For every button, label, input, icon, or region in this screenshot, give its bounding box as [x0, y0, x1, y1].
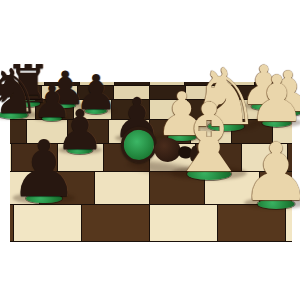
white-pawn-glyph: ♟ [240, 133, 300, 213]
white-bishop-glyph: ♝ [166, 91, 251, 186]
square-d3[interactable] [95, 172, 150, 205]
fallen-piece-felt-base [119, 125, 160, 166]
chess-product-photo: ♜♞♟♟♟♟♟♟♞♝♟♟♟♟♟ [0, 0, 300, 300]
square-d2[interactable] [82, 205, 150, 242]
square-e2[interactable] [150, 205, 218, 242]
black-pawn-glyph: ♟ [9, 130, 79, 208]
